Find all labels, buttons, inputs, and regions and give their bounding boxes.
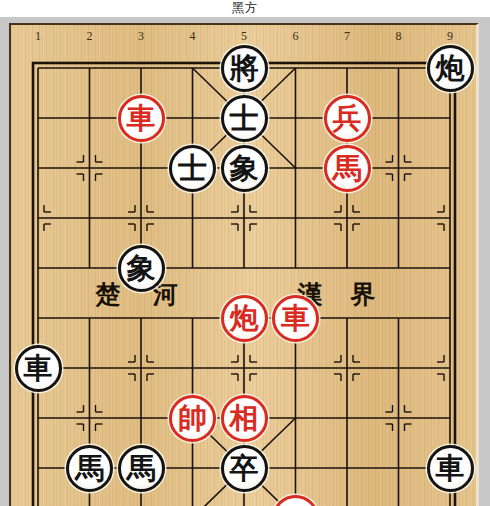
piece-glyph: 士 xyxy=(230,104,259,133)
piece-glyph: 馬 xyxy=(75,454,104,483)
piece-black-f9r9[interactable]: 車 xyxy=(427,445,474,492)
page-background: { "game": "xiangqi (Chinese chess)", "he… xyxy=(0,0,490,506)
piece-glyph: 帥 xyxy=(178,404,207,433)
column-number-4: 4 xyxy=(182,29,204,44)
piece-glyph: 士 xyxy=(178,154,207,183)
piece-red-f5r6[interactable]: 炮 xyxy=(221,295,268,342)
piece-glyph: 兵 xyxy=(333,104,362,133)
piece-black-f1r7[interactable]: 車 xyxy=(15,345,62,392)
piece-glyph: 卒 xyxy=(230,454,259,483)
piece-red-f6r6[interactable]: 車 xyxy=(272,295,319,342)
column-number-2: 2 xyxy=(79,29,101,44)
piece-red-f5r8[interactable]: 相 xyxy=(221,395,268,442)
piece-glyph: 車 xyxy=(436,454,465,483)
column-number-5: 5 xyxy=(233,29,255,44)
black-side-label-text: 黑方 xyxy=(232,0,259,17)
piece-black-f4r3[interactable]: 士 xyxy=(169,145,216,192)
column-number-7: 7 xyxy=(336,29,358,44)
piece-glyph: 相 xyxy=(230,404,259,433)
piece-black-f3r5[interactable]: 象 xyxy=(118,245,165,292)
river-label-1: 楚 xyxy=(91,279,125,311)
piece-black-f2r9[interactable]: 馬 xyxy=(66,445,113,492)
column-number-3: 3 xyxy=(130,29,152,44)
piece-red-f3r2[interactable]: 車 xyxy=(118,95,165,142)
piece-red-f7r3[interactable]: 馬 xyxy=(324,145,371,192)
piece-black-f9r1[interactable]: 炮 xyxy=(427,45,474,92)
piece-glyph: 炮 xyxy=(230,304,259,333)
column-number-9: 9 xyxy=(439,29,461,44)
column-number-8: 8 xyxy=(388,29,410,44)
piece-black-f5r2[interactable]: 士 xyxy=(221,95,268,142)
column-number-6: 6 xyxy=(285,29,307,44)
piece-red-f7r2[interactable]: 兵 xyxy=(324,95,371,142)
piece-black-f5r1[interactable]: 將 xyxy=(221,45,268,92)
column-number-1: 1 xyxy=(27,29,49,44)
piece-glyph: 馬 xyxy=(127,454,156,483)
black-side-label: 黑方 xyxy=(0,0,490,17)
piece-glyph: 炮 xyxy=(436,54,465,83)
piece-glyph: 車 xyxy=(281,304,310,333)
xiangqi-board[interactable]: 123456789 楚河漢界 將炮車士兵士象馬象炮車車帥相馬馬卒車 xyxy=(9,23,479,506)
piece-black-f3r9[interactable]: 馬 xyxy=(118,445,165,492)
piece-glyph: 車 xyxy=(127,104,156,133)
piece-black-f5r3[interactable]: 象 xyxy=(221,145,268,192)
piece-glyph: 馬 xyxy=(333,154,362,183)
piece-glyph: 象 xyxy=(230,154,259,183)
piece-red-f4r8[interactable]: 帥 xyxy=(169,395,216,442)
piece-black-f5r9[interactable]: 卒 xyxy=(221,445,268,492)
piece-glyph: 將 xyxy=(230,54,259,83)
piece-glyph: 象 xyxy=(127,254,156,283)
river-label-4: 界 xyxy=(346,279,380,311)
piece-glyph: 車 xyxy=(24,354,53,383)
